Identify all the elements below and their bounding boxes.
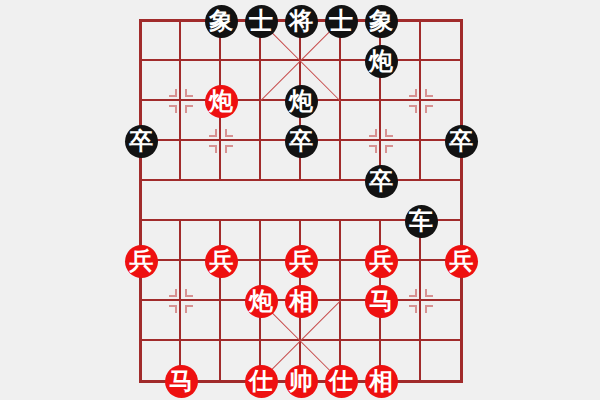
- piece-red-horse[interactable]: 马: [365, 285, 398, 318]
- board-cell: [141, 21, 181, 61]
- piece-black-elephant[interactable]: 象: [205, 5, 238, 38]
- piece-black-pawn[interactable]: 卒: [445, 125, 478, 158]
- piece-black-general[interactable]: 将: [285, 5, 318, 38]
- xiangqi-screenshot: 象士将士象炮炮炮卒卒卒卒车兵兵兵兵兵炮相马马仕帅仕相: [0, 0, 600, 400]
- board-cell: [141, 301, 181, 341]
- board-cell: [181, 141, 221, 181]
- piece-black-advisor[interactable]: 士: [325, 5, 358, 38]
- piece-red-pawn[interactable]: 兵: [125, 245, 158, 278]
- piece-red-horse[interactable]: 马: [165, 365, 198, 398]
- piece-black-cannon[interactable]: 炮: [365, 45, 398, 78]
- piece-red-elephant[interactable]: 相: [365, 365, 398, 398]
- piece-black-advisor[interactable]: 士: [245, 5, 278, 38]
- piece-black-elephant[interactable]: 象: [365, 5, 398, 38]
- piece-red-cannon[interactable]: 炮: [245, 285, 278, 318]
- board-grid: [141, 21, 461, 381]
- board-cell: [181, 301, 221, 341]
- xiangqi-board[interactable]: 象士将士象炮炮炮卒卒卒卒车兵兵兵兵兵炮相马马仕帅仕相: [141, 21, 461, 381]
- piece-red-cannon[interactable]: 炮: [205, 85, 238, 118]
- board-cell: [421, 301, 461, 341]
- piece-black-cannon[interactable]: 炮: [285, 85, 318, 118]
- piece-red-pawn[interactable]: 兵: [365, 245, 398, 278]
- board-cell: [421, 21, 461, 61]
- piece-red-pawn[interactable]: 兵: [445, 245, 478, 278]
- board-cell: [141, 181, 181, 221]
- piece-black-pawn[interactable]: 卒: [125, 125, 158, 158]
- board-cell: [181, 181, 221, 221]
- piece-red-pawn[interactable]: 兵: [205, 245, 238, 278]
- piece-red-elephant[interactable]: 相: [285, 285, 318, 318]
- board-cell: [421, 61, 461, 101]
- piece-red-general[interactable]: 帅: [285, 365, 318, 398]
- board-cell: [141, 61, 181, 101]
- board-cell: [381, 101, 421, 141]
- board-cell: [261, 181, 301, 221]
- board-cell: [221, 181, 261, 221]
- board-cell: [421, 341, 461, 381]
- piece-red-advisor[interactable]: 仕: [325, 365, 358, 398]
- piece-red-advisor[interactable]: 仕: [245, 365, 278, 398]
- piece-red-pawn[interactable]: 兵: [285, 245, 318, 278]
- piece-black-chariot[interactable]: 车: [405, 205, 438, 238]
- board-cell: [301, 181, 341, 221]
- piece-black-pawn[interactable]: 卒: [365, 165, 398, 198]
- board-cell: [221, 141, 261, 181]
- piece-black-pawn[interactable]: 卒: [285, 125, 318, 158]
- board-cell: [341, 101, 381, 141]
